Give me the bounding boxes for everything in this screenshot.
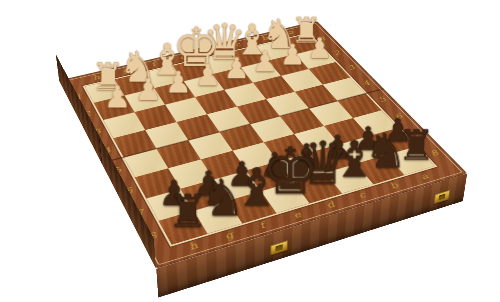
rank-label-2-right: 2 bbox=[331, 49, 342, 56]
chess-board: ♜♞♝♚♛♝♞♜♟♟♟♟♟♟♟♟♟♟♟♟♟♟♟♟♜♞♝♚♛♝♞♜ 11hh22g… bbox=[59, 21, 467, 269]
white-pawn[interactable]: ♟ bbox=[251, 47, 277, 76]
file-label-d-front: d bbox=[324, 200, 338, 211]
brass-latch-left bbox=[270, 240, 288, 256]
file-label-f-front: f bbox=[257, 220, 267, 230]
rank-label-4-right: 4 bbox=[360, 79, 372, 87]
rank-label-5-right: 5 bbox=[376, 95, 388, 103]
file-label-a-front: a bbox=[418, 172, 432, 182]
fold-seam-side bbox=[99, 134, 103, 164]
white-pawn[interactable]: ♟ bbox=[134, 75, 161, 105]
file-label-e-front: e bbox=[291, 210, 304, 221]
chess-set-photo: ♜♞♝♚♛♝♞♜♟♟♟♟♟♟♟♟♟♟♟♟♟♟♟♟♜♞♝♚♛♝♞♜ 11hh22g… bbox=[0, 0, 500, 302]
black-rook[interactable]: ♜ bbox=[167, 189, 207, 234]
file-label-g-front: g bbox=[222, 230, 235, 242]
scene: ♜♞♝♚♛♝♞♜♟♟♟♟♟♟♟♟♟♟♟♟♟♟♟♟♜♞♝♚♛♝♞♜ 11hh22g… bbox=[0, 0, 500, 302]
brass-latch-right bbox=[434, 190, 451, 205]
file-label-b-front: b bbox=[387, 181, 401, 191]
rank-label-3-right: 3 bbox=[345, 64, 356, 71]
white-pawn[interactable]: ♟ bbox=[103, 82, 130, 112]
white-pawn[interactable]: ♟ bbox=[194, 61, 220, 91]
file-label-h-front: h bbox=[187, 240, 200, 252]
white-pawn[interactable]: ♟ bbox=[306, 34, 331, 62]
white-pawn[interactable]: ♟ bbox=[164, 68, 191, 98]
white-pawn[interactable]: ♟ bbox=[279, 40, 305, 69]
white-pawn[interactable]: ♟ bbox=[223, 54, 249, 83]
file-label-c-front: c bbox=[356, 190, 369, 200]
